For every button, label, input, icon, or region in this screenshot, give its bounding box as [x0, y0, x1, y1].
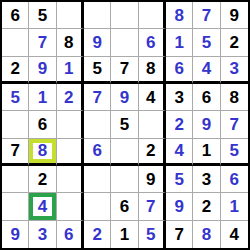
sudoku-board: 6587978961522915786435127943686529778624… [0, 0, 250, 250]
cell-r1c4[interactable] [84, 2, 111, 29]
cell-r9c8[interactable]: 8 [193, 221, 220, 248]
cell-r5c4[interactable] [84, 111, 111, 138]
cell-r9c7[interactable]: 7 [166, 221, 193, 248]
cell-r2c8[interactable]: 5 [193, 29, 220, 56]
cell-r9c2[interactable]: 3 [29, 221, 56, 248]
cell-r7c7[interactable]: 5 [166, 166, 193, 193]
cell-r7c2[interactable]: 2 [29, 166, 56, 193]
cell-r7c5[interactable] [111, 166, 138, 193]
cell-r8c8[interactable]: 2 [193, 193, 220, 220]
cell-r7c6[interactable]: 9 [139, 166, 166, 193]
cell-r5c2[interactable]: 6 [29, 111, 56, 138]
cell-r6c3[interactable] [57, 139, 84, 166]
cell-r1c5[interactable] [111, 2, 138, 29]
cell-r9c9[interactable]: 4 [221, 221, 248, 248]
cell-r1c8[interactable]: 7 [193, 2, 220, 29]
cell-r4c2[interactable]: 1 [29, 84, 56, 111]
cell-r6c7[interactable]: 4 [166, 139, 193, 166]
cell-r2c9[interactable]: 2 [221, 29, 248, 56]
cell-r7c9[interactable]: 6 [221, 166, 248, 193]
cell-r3c7[interactable]: 6 [166, 57, 193, 84]
cell-r2c1[interactable] [2, 29, 29, 56]
cell-r1c3[interactable] [57, 2, 84, 29]
cell-r2c7[interactable]: 1 [166, 29, 193, 56]
cell-r4c3[interactable]: 2 [57, 84, 84, 111]
cell-r3c2[interactable]: 9 [29, 57, 56, 84]
cell-r5c6[interactable] [139, 111, 166, 138]
cell-r2c3[interactable]: 8 [57, 29, 84, 56]
cell-r9c4[interactable]: 2 [84, 221, 111, 248]
cell-r4c1[interactable]: 5 [2, 84, 29, 111]
cell-r6c2[interactable]: 8 [29, 139, 56, 166]
cell-r7c3[interactable] [57, 166, 84, 193]
cell-r8c3[interactable] [57, 193, 84, 220]
cell-r3c9[interactable]: 3 [221, 57, 248, 84]
cell-r5c7[interactable]: 2 [166, 111, 193, 138]
cell-r9c5[interactable]: 1 [111, 221, 138, 248]
cell-r1c7[interactable]: 8 [166, 2, 193, 29]
cell-r8c2[interactable]: 4 [29, 193, 56, 220]
cell-r8c5[interactable]: 6 [111, 193, 138, 220]
cell-r4c5[interactable]: 9 [111, 84, 138, 111]
cell-r8c7[interactable]: 9 [166, 193, 193, 220]
cell-r6c9[interactable]: 5 [221, 139, 248, 166]
cell-r3c3[interactable]: 1 [57, 57, 84, 84]
cell-r3c1[interactable]: 2 [2, 57, 29, 84]
cell-r5c3[interactable] [57, 111, 84, 138]
cell-r4c6[interactable]: 4 [139, 84, 166, 111]
cell-r1c1[interactable]: 6 [2, 2, 29, 29]
cell-r5c8[interactable]: 9 [193, 111, 220, 138]
cell-r8c1[interactable] [2, 193, 29, 220]
cell-r4c4[interactable]: 7 [84, 84, 111, 111]
cell-r5c1[interactable] [2, 111, 29, 138]
cell-r2c2[interactable]: 7 [29, 29, 56, 56]
cell-r5c5[interactable]: 5 [111, 111, 138, 138]
cell-r2c6[interactable]: 6 [139, 29, 166, 56]
cell-r3c4[interactable]: 5 [84, 57, 111, 84]
cell-r9c6[interactable]: 5 [139, 221, 166, 248]
cell-r4c8[interactable]: 6 [193, 84, 220, 111]
cell-r1c2[interactable]: 5 [29, 2, 56, 29]
cell-r6c6[interactable]: 2 [139, 139, 166, 166]
cell-r8c9[interactable]: 1 [221, 193, 248, 220]
cell-r1c9[interactable]: 9 [221, 2, 248, 29]
cell-r8c6[interactable]: 7 [139, 193, 166, 220]
cell-r2c4[interactable]: 9 [84, 29, 111, 56]
cell-r9c1[interactable]: 9 [2, 221, 29, 248]
cell-r2c5[interactable] [111, 29, 138, 56]
cell-r4c9[interactable]: 8 [221, 84, 248, 111]
cell-r6c1[interactable]: 7 [2, 139, 29, 166]
cell-r3c6[interactable]: 8 [139, 57, 166, 84]
cell-r8c4[interactable] [84, 193, 111, 220]
cell-r3c8[interactable]: 4 [193, 57, 220, 84]
cell-r6c8[interactable]: 1 [193, 139, 220, 166]
cell-r1c6[interactable] [139, 2, 166, 29]
cell-r6c5[interactable] [111, 139, 138, 166]
cell-r4c7[interactable]: 3 [166, 84, 193, 111]
cell-r5c9[interactable]: 7 [221, 111, 248, 138]
cell-r3c5[interactable]: 7 [111, 57, 138, 84]
cell-r7c1[interactable] [2, 166, 29, 193]
cell-r9c3[interactable]: 6 [57, 221, 84, 248]
cell-r6c4[interactable]: 6 [84, 139, 111, 166]
cell-r7c4[interactable] [84, 166, 111, 193]
cell-r7c8[interactable]: 3 [193, 166, 220, 193]
